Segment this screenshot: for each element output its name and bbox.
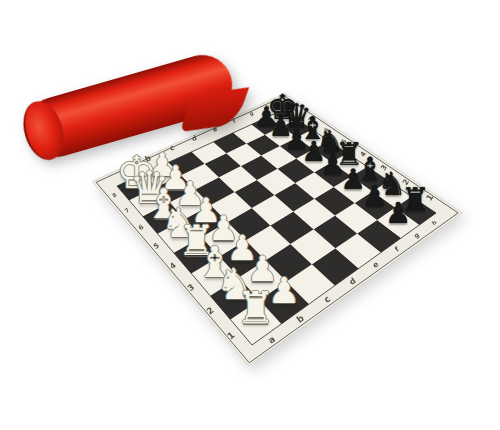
chessboard: aabbccddeeffgghh1122334455667788 [0, 0, 500, 430]
chess-set-photo: aabbccddeeffgghh1122334455667788 ♚♛♝♞♜♝♞… [0, 0, 500, 430]
